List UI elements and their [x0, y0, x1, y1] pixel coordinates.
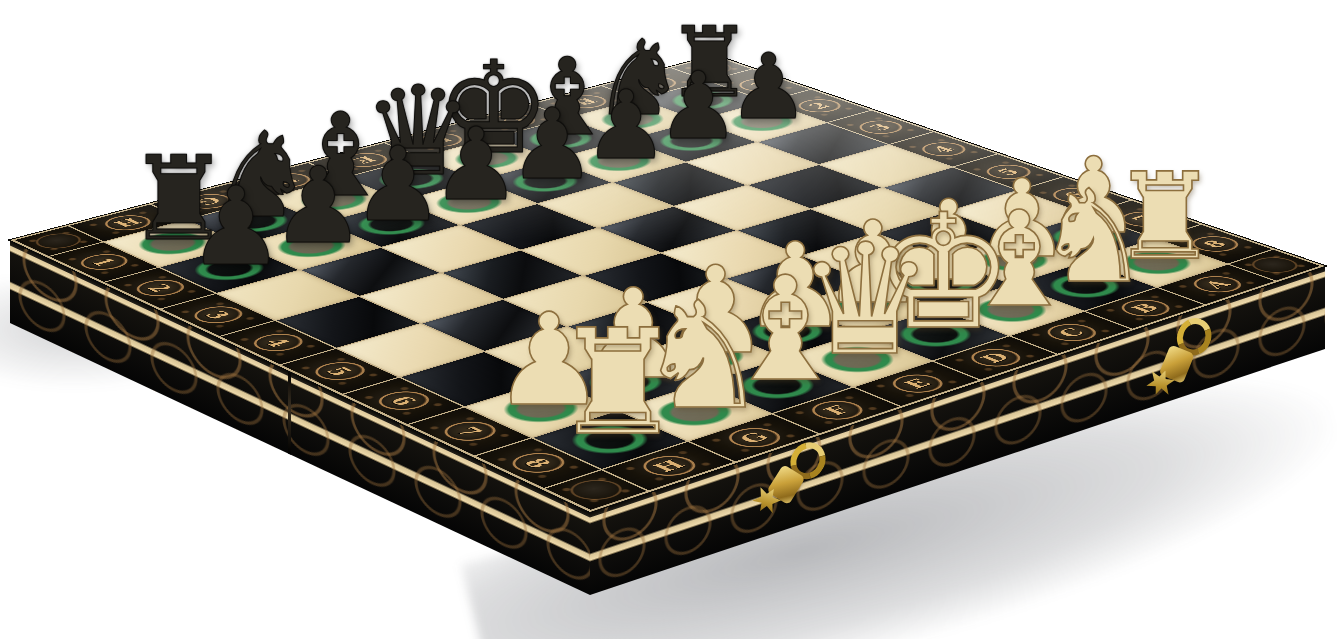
piece-black-pawn[interactable]: ♟: [584, 80, 669, 170]
coord-label: 3: [184, 303, 250, 327]
coord-label: 1: [71, 251, 135, 273]
coord-label: 5: [305, 358, 374, 383]
coord-label: 4: [244, 330, 312, 354]
piece-black-pawn[interactable]: ♟: [657, 62, 740, 150]
piece-black-pawn[interactable]: ♟: [431, 117, 521, 212]
coord-label: 6: [368, 388, 438, 414]
piece-black-pawn[interactable]: ♟: [187, 176, 284, 279]
coord-label: 3: [850, 118, 910, 137]
piece-black-pawn[interactable]: ♟: [728, 44, 809, 130]
piece-black-pawn[interactable]: ♟: [271, 156, 365, 256]
piece-black-pawn[interactable]: ♟: [508, 98, 595, 191]
piece-white-rook[interactable]: ♜: [553, 315, 683, 453]
coord-label: 2: [127, 276, 192, 299]
piece-black-pawn[interactable]: ♟: [352, 136, 444, 233]
